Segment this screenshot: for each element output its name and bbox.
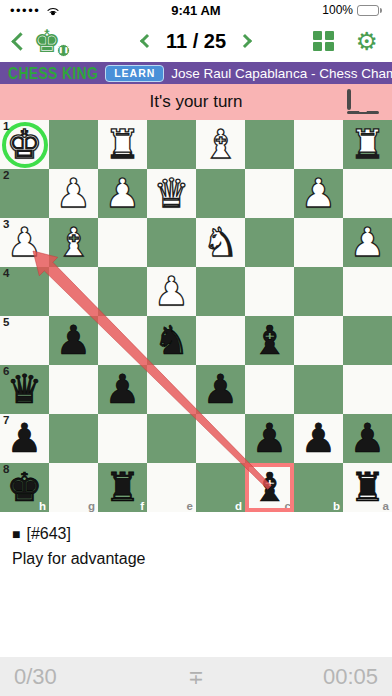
- square-d1[interactable]: ♝: [196, 120, 245, 169]
- square-b6[interactable]: [294, 365, 343, 414]
- learn-badge: LEARN: [105, 65, 164, 82]
- rank-label: 4: [3, 267, 9, 279]
- square-a7[interactable]: ♟: [343, 414, 392, 463]
- square-b2[interactable]: ♟: [294, 169, 343, 218]
- square-e8[interactable]: e: [147, 463, 196, 512]
- file-label: f: [140, 500, 144, 512]
- square-a4[interactable]: [343, 267, 392, 316]
- battery-icon: [357, 5, 379, 16]
- square-b3[interactable]: [294, 218, 343, 267]
- square-d5[interactable]: [196, 316, 245, 365]
- square-a1[interactable]: ♜: [343, 120, 392, 169]
- square-a8[interactable]: a♜: [343, 463, 392, 512]
- white-bishop[interactable]: ♝: [196, 120, 245, 168]
- square-f4[interactable]: [98, 267, 147, 316]
- next-puzzle-button[interactable]: [238, 34, 252, 48]
- board-area: 1♚♜♝♜2♟♟♛♟3♟♝♞♟4♟5♟♞♝6♛♟♟7♟♟♟♟8h♚gf♜edc♝…: [0, 120, 392, 512]
- file-label: c: [285, 500, 291, 512]
- square-e4[interactable]: ♟: [147, 267, 196, 316]
- file-label: d: [235, 500, 242, 512]
- square-e5[interactable]: ♞: [147, 316, 196, 365]
- white-pawn[interactable]: ♟: [147, 267, 196, 315]
- square-c8[interactable]: c♝: [245, 463, 294, 512]
- puzzle-counter: 11 / 25: [166, 30, 226, 53]
- square-f6[interactable]: ♟: [98, 365, 147, 414]
- square-d2[interactable]: [196, 169, 245, 218]
- square-b1[interactable]: [294, 120, 343, 169]
- rank-label: 2: [3, 169, 9, 181]
- square-b4[interactable]: [294, 267, 343, 316]
- back-button[interactable]: [11, 32, 29, 50]
- rank-label: 8: [3, 463, 9, 475]
- black-pawn[interactable]: ♟: [98, 365, 147, 413]
- square-d8[interactable]: d: [196, 463, 245, 512]
- square-h1[interactable]: 1♚: [0, 120, 49, 169]
- square-e7[interactable]: [147, 414, 196, 463]
- square-d6[interactable]: ♟: [196, 365, 245, 414]
- turn-message: It's your turn: [149, 92, 242, 112]
- timer: 00:05: [323, 664, 378, 690]
- app-name: CHESS KING: [8, 64, 98, 82]
- square-g3[interactable]: ♝: [49, 218, 98, 267]
- square-g2[interactable]: ♟: [49, 169, 98, 218]
- square-e2[interactable]: ♛: [147, 169, 196, 218]
- square-c2[interactable]: [245, 169, 294, 218]
- puzzle-id: [#643]: [26, 525, 70, 543]
- black-pawn[interactable]: ♟: [294, 414, 343, 462]
- square-d7[interactable]: [196, 414, 245, 463]
- file-label: e: [187, 500, 193, 512]
- square-h4[interactable]: 4: [0, 267, 49, 316]
- square-b7[interactable]: ♟: [294, 414, 343, 463]
- computer-opponent-icon[interactable]: [347, 91, 379, 114]
- black-pawn[interactable]: ♟: [245, 414, 294, 462]
- square-d4[interactable]: [196, 267, 245, 316]
- puzzle-info: ■ [#643] Play for advantage: [0, 512, 392, 657]
- square-c6[interactable]: [245, 365, 294, 414]
- square-c5[interactable]: ♝: [245, 316, 294, 365]
- file-label: a: [383, 500, 389, 512]
- square-g1[interactable]: [49, 120, 98, 169]
- white-pawn[interactable]: ♟: [294, 169, 343, 217]
- score-counter: 0/30: [14, 664, 57, 690]
- square-h7[interactable]: 7♟: [0, 414, 49, 463]
- square-f5[interactable]: [98, 316, 147, 365]
- square-f1[interactable]: ♜: [98, 120, 147, 169]
- square-h3[interactable]: 3♟: [0, 218, 49, 267]
- signal-strength-icon: •••••: [10, 4, 40, 17]
- white-pawn[interactable]: ♟: [343, 218, 392, 266]
- square-a3[interactable]: ♟: [343, 218, 392, 267]
- square-c4[interactable]: [245, 267, 294, 316]
- white-bishop[interactable]: ♝: [49, 218, 98, 266]
- black-pawn[interactable]: ♟: [49, 316, 98, 364]
- brand-bar: CHESS KING LEARN Jose Raul Capablanca - …: [0, 62, 392, 84]
- square-h5[interactable]: 5: [0, 316, 49, 365]
- chess-king-logo-icon[interactable]: ♚ ❚❚: [33, 23, 69, 59]
- square-g7[interactable]: [49, 414, 98, 463]
- square-c7[interactable]: ♟: [245, 414, 294, 463]
- rank-label: 6: [3, 365, 9, 377]
- square-f8[interactable]: f♜: [98, 463, 147, 512]
- white-knight[interactable]: ♞: [196, 218, 245, 266]
- clock-time: 9:41 AM: [120, 3, 272, 18]
- wifi-icon: [44, 5, 61, 16]
- status-bar: ••••• 9:41 AM 100%: [0, 0, 392, 20]
- square-f7[interactable]: [98, 414, 147, 463]
- square-h2[interactable]: 2: [0, 169, 49, 218]
- black-to-move-marker: ■: [12, 526, 20, 542]
- square-g4[interactable]: [49, 267, 98, 316]
- rank-label: 1: [3, 120, 9, 132]
- file-label: b: [333, 500, 340, 512]
- puzzle-grid-button[interactable]: [313, 31, 334, 52]
- black-bishop[interactable]: ♝: [245, 316, 294, 364]
- settings-gear-button[interactable]: ⚙: [356, 29, 378, 54]
- white-rook[interactable]: ♜: [98, 120, 147, 168]
- black-pawn[interactable]: ♟: [343, 414, 392, 462]
- white-rook[interactable]: ♜: [343, 120, 392, 168]
- battery-percent: 100%: [322, 3, 353, 17]
- square-e3[interactable]: [147, 218, 196, 267]
- evaluation-symbol: ∓: [188, 666, 204, 688]
- square-c3[interactable]: [245, 218, 294, 267]
- white-queen[interactable]: ♛: [147, 169, 196, 217]
- square-g5[interactable]: ♟: [49, 316, 98, 365]
- square-g6[interactable]: [49, 365, 98, 414]
- black-knight[interactable]: ♞: [147, 316, 196, 364]
- file-label: h: [39, 500, 46, 512]
- rank-label: 5: [3, 316, 9, 328]
- app-screen: ••••• 9:41 AM 100% ♚ ❚❚ 11 / 25 ⚙ CHESS …: [0, 0, 392, 696]
- square-b5[interactable]: [294, 316, 343, 365]
- rank-label: 7: [3, 414, 9, 426]
- puzzle-instruction: Play for advantage: [12, 550, 380, 568]
- chess-board[interactable]: 1♚♜♝♜2♟♟♛♟3♟♝♞♟4♟5♟♞♝6♛♟♟7♟♟♟♟8h♚gf♜edc♝…: [0, 120, 392, 512]
- square-f2[interactable]: ♟: [98, 169, 147, 218]
- square-b8[interactable]: b: [294, 463, 343, 512]
- course-title: Jose Raul Capablanca - Chess Champion: [171, 66, 392, 81]
- file-label: g: [88, 500, 95, 512]
- square-c1[interactable]: [245, 120, 294, 169]
- square-a2[interactable]: [343, 169, 392, 218]
- bottom-bar: 0/30 ∓ 00:05: [0, 657, 392, 696]
- square-e6[interactable]: [147, 365, 196, 414]
- white-pawn[interactable]: ♟: [98, 169, 147, 217]
- navigation-bar: ♚ ❚❚ 11 / 25 ⚙: [0, 20, 392, 62]
- black-pawn[interactable]: ♟: [196, 365, 245, 413]
- square-a5[interactable]: [343, 316, 392, 365]
- square-d3[interactable]: ♞: [196, 218, 245, 267]
- previous-puzzle-button[interactable]: [140, 34, 154, 48]
- square-g8[interactable]: g: [49, 463, 98, 512]
- square-h8[interactable]: 8h♚: [0, 463, 49, 512]
- rank-label: 3: [3, 218, 9, 230]
- square-a6[interactable]: [343, 365, 392, 414]
- square-h6[interactable]: 6♛: [0, 365, 49, 414]
- square-e1[interactable]: [147, 120, 196, 169]
- pause-badge-icon: ❚❚: [57, 44, 70, 57]
- turn-banner: It's your turn: [0, 84, 392, 120]
- white-pawn[interactable]: ♟: [49, 169, 98, 217]
- square-f3[interactable]: [98, 218, 147, 267]
